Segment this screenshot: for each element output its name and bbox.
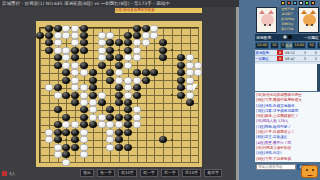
panel-toolbar-icon[interactable]	[299, 1, 303, 5]
black-stone	[133, 92, 141, 99]
toolbar-button[interactable]: 最后手	[204, 169, 222, 177]
black-stone	[80, 62, 88, 69]
go-board[interactable]	[36, 21, 202, 167]
black-stone	[106, 77, 114, 84]
white-stone	[150, 25, 158, 32]
black-stone	[177, 92, 185, 99]
row-player-name: 潇湘夜雨	[255, 50, 277, 55]
white-stone	[98, 47, 106, 54]
panel-icon-row	[281, 1, 319, 6]
black-player-name: 一剑飘红	[304, 34, 319, 41]
black-stone	[142, 77, 150, 84]
black-stone	[133, 25, 141, 32]
white-stone	[133, 77, 141, 84]
black-stone-icon	[288, 35, 292, 39]
black-stone	[54, 136, 62, 143]
grid-line	[146, 28, 147, 162]
white-clock: 10:00303	[255, 42, 286, 50]
black-stone	[80, 114, 88, 121]
black-stone	[124, 144, 132, 151]
black-clock: 10:00303	[292, 42, 320, 50]
black-stone	[115, 114, 123, 121]
black-stone	[133, 69, 141, 76]
black-stone	[177, 84, 185, 91]
white-stone	[54, 92, 62, 99]
hoshi-point	[171, 139, 173, 141]
chat-log[interactable]: [话]欢迎光临弈城围棋对局室[8段]飞雪:黑棋中腹厚势很大[5段]清风:白棋实地…	[255, 92, 320, 162]
rank-badge: 8	[277, 56, 283, 61]
panel-toolbar-icon[interactable]	[311, 1, 315, 5]
white-player-name: 潇湘夜雨	[256, 34, 271, 41]
player-table[interactable]: 潇湘夜雨809:1235一剑飘红808:4733	[255, 50, 320, 64]
black-stone	[36, 32, 44, 39]
row-captures: 5	[307, 50, 318, 55]
white-stone	[80, 92, 88, 99]
white-stone	[45, 84, 53, 91]
avatar-ear-icon	[259, 10, 265, 14]
black-stone	[98, 62, 106, 69]
white-stone	[98, 121, 106, 128]
white-stone	[54, 32, 62, 39]
white-stone	[133, 114, 141, 121]
black-stone	[124, 114, 132, 121]
viewer-count: 4人	[9, 171, 16, 176]
clock-box: 10:00	[292, 42, 306, 50]
toolbar-button[interactable]: 后10手	[182, 169, 201, 177]
white-stone	[62, 25, 70, 32]
black-stone	[177, 62, 185, 69]
panel-toolbar-icon[interactable]	[293, 1, 297, 5]
toolbar-button[interactable]: 退出	[80, 169, 94, 177]
white-stone	[71, 77, 79, 84]
clock-box: 30	[307, 42, 315, 50]
white-stone	[54, 151, 62, 158]
black-stone	[71, 129, 79, 136]
black-stone	[62, 92, 70, 99]
white-stone	[194, 62, 202, 69]
record-dot-icon	[2, 171, 7, 176]
white-stone	[80, 99, 88, 106]
black-stone	[124, 47, 132, 54]
grid-line	[40, 110, 198, 111]
white-stone	[194, 69, 202, 76]
white-stone	[98, 92, 106, 99]
player-name-bar: 潇湘夜雨 一剑飘红	[255, 34, 320, 41]
white-stone	[80, 144, 88, 151]
mascot-emoticon-button[interactable]	[301, 165, 318, 178]
panel-toolbar-icon[interactable]	[281, 1, 285, 5]
white-stone	[98, 54, 106, 61]
panel-toolbar-icon[interactable]	[305, 1, 309, 5]
white-stone	[80, 129, 88, 136]
black-stone	[71, 144, 79, 151]
black-stone	[115, 144, 123, 151]
black-stone	[54, 121, 62, 128]
white-stone	[45, 129, 53, 136]
black-stone	[45, 32, 53, 39]
panel-toolbar-icon[interactable]	[287, 1, 291, 5]
white-player-avatar[interactable]	[256, 7, 277, 33]
black-stone	[80, 25, 88, 32]
go-client-window: 弈城围棋 - 对局室(1) NO.645 潇湘夜雨(8段) vs 一剑飘红(8段…	[0, 0, 320, 180]
black-stone	[54, 129, 62, 136]
grid-line	[154, 28, 155, 162]
white-stone	[54, 144, 62, 151]
black-player-avatar[interactable]	[298, 7, 319, 33]
black-stone	[186, 99, 194, 106]
white-stone	[186, 62, 194, 69]
row-time: 09:12	[285, 50, 296, 55]
row-byoyomi: 3	[296, 56, 307, 61]
white-stone	[89, 114, 97, 121]
black-stone	[54, 54, 62, 61]
row-byoyomi: 3	[296, 50, 307, 55]
black-stone	[45, 47, 53, 54]
black-stone	[142, 69, 150, 76]
white-stone	[115, 77, 123, 84]
black-stone	[98, 99, 106, 106]
clock-row: 10:00303 0:0 10:00303	[255, 42, 320, 49]
black-stone	[89, 92, 97, 99]
white-stone	[98, 32, 106, 39]
white-stone	[89, 99, 97, 106]
black-stone	[45, 25, 53, 32]
white-stone	[98, 114, 106, 121]
black-stone	[124, 99, 132, 106]
white-stone	[186, 54, 194, 61]
black-stone	[159, 47, 167, 54]
black-stone	[124, 32, 132, 39]
black-stone	[62, 77, 70, 84]
white-stone	[133, 47, 141, 54]
black-stone	[54, 62, 62, 69]
black-stone	[71, 47, 79, 54]
row-time: 08:47	[285, 56, 296, 61]
black-stone	[142, 25, 150, 32]
row-player-name: 一剑飘红	[255, 56, 277, 61]
white-stone	[71, 25, 79, 32]
avatar-ear-icon	[301, 10, 307, 14]
game-info-line: 第173手	[278, 27, 297, 32]
white-stone	[186, 77, 194, 84]
clock-box: 30	[270, 42, 278, 50]
black-stone	[89, 69, 97, 76]
black-stone	[54, 25, 62, 32]
room-list-empty	[255, 64, 320, 91]
white-stone	[62, 159, 70, 166]
black-stone	[177, 77, 185, 84]
toolbar-button[interactable]: 前10手	[118, 169, 137, 177]
white-stone	[124, 92, 132, 99]
table-row[interactable]: 一剑飘红808:4733	[255, 56, 320, 62]
toolbar-button[interactable]: 后一手	[161, 169, 179, 177]
black-stone	[133, 84, 141, 91]
toolbar-button[interactable]: 第一手	[97, 169, 115, 177]
black-stone	[124, 129, 132, 136]
scrollbar[interactable]	[317, 64, 320, 91]
mouse-cursor-icon	[193, 84, 198, 92]
white-stone	[54, 47, 62, 54]
chat-input[interactable]	[256, 164, 296, 170]
status-area: 4人	[2, 169, 16, 177]
row-captures: 3	[307, 56, 318, 61]
black-stone	[80, 47, 88, 54]
black-stone	[54, 84, 62, 91]
tiger-avatar-icon	[303, 14, 316, 26]
black-stone	[71, 92, 79, 99]
white-stone-icon	[283, 35, 287, 39]
white-stone	[124, 77, 132, 84]
chat-line: [8段]飞雪:下边还有棋	[256, 157, 319, 162]
white-stone	[186, 69, 194, 76]
black-stone	[177, 69, 185, 76]
fox-avatar-icon	[261, 14, 274, 26]
toolbar-button[interactable]: 前一手	[140, 169, 158, 177]
clock-box: 10:00	[255, 42, 269, 50]
black-stone	[80, 32, 88, 39]
black-stone	[115, 62, 123, 69]
black-stone	[115, 129, 123, 136]
white-stone	[71, 62, 79, 69]
white-stone	[186, 92, 194, 99]
stone-color-icons	[283, 34, 292, 41]
black-stone	[115, 92, 123, 99]
rank-badge: 8	[277, 50, 283, 55]
white-stone	[142, 32, 150, 39]
grid-line	[198, 28, 199, 162]
black-stone	[89, 84, 97, 91]
black-stone	[89, 77, 97, 84]
game-info-box: 正式对局贴6目半各10分钟30秒3次第173手	[278, 7, 297, 33]
white-stone	[124, 62, 132, 69]
announcement-bar: 公告:欢迎参加周末升段赛	[115, 8, 202, 13]
black-stone	[133, 32, 141, 39]
